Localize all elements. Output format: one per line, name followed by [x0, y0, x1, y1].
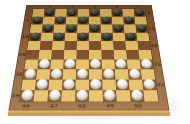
square-light	[129, 80, 144, 91]
dark-man-square-2[interactable]	[67, 9, 76, 16]
dark-man-square-4[interactable]	[112, 9, 122, 16]
light-man-square-42[interactable]	[63, 79, 74, 89]
square-8[interactable]	[77, 17, 89, 25]
dark-man-square-18[interactable]	[78, 32, 88, 40]
square-light	[114, 50, 127, 59]
square-49[interactable]	[103, 90, 117, 101]
square-19[interactable]	[101, 33, 113, 42]
label-bottom-1: 46	[21, 103, 30, 108]
square-light	[113, 33, 126, 42]
square-39[interactable]	[102, 69, 116, 79]
dark-man-square-9[interactable]	[101, 16, 111, 23]
label-top-3: 3	[93, 5, 96, 8]
label-left-2: 16	[21, 35, 29, 39]
square-28[interactable]	[76, 50, 89, 59]
square-33[interactable]	[89, 60, 102, 70]
square-14[interactable]	[112, 24, 124, 32]
square-22[interactable]	[64, 41, 77, 50]
light-man-square-47[interactable]	[49, 90, 61, 101]
square-light	[89, 33, 101, 42]
light-man-square-40[interactable]	[129, 69, 141, 79]
square-light	[125, 41, 138, 50]
square-light	[76, 60, 89, 70]
square-light	[65, 33, 77, 42]
dark-man-square-1[interactable]	[45, 9, 55, 16]
light-man-square-43[interactable]	[90, 79, 101, 89]
square-24[interactable]	[113, 41, 126, 50]
light-man-square-39[interactable]	[103, 69, 114, 79]
square-47[interactable]	[47, 90, 62, 101]
square-light	[77, 41, 89, 50]
dark-man-square-7[interactable]	[55, 16, 65, 23]
square-light	[89, 69, 102, 79]
dark-man-square-12[interactable]	[66, 24, 76, 32]
dark-man-square-20[interactable]	[126, 32, 137, 40]
dark-man-square-10[interactable]	[124, 16, 134, 23]
light-man-square-41[interactable]	[36, 79, 48, 89]
label-top-2: 2	[71, 5, 75, 8]
square-light	[115, 69, 129, 79]
dark-man-square-6[interactable]	[32, 16, 42, 23]
square-light	[127, 60, 141, 70]
square-30[interactable]	[126, 50, 139, 59]
square-3[interactable]	[89, 9, 100, 17]
square-10[interactable]	[123, 17, 135, 25]
label-left-1: 6	[26, 19, 30, 22]
square-1[interactable]	[44, 9, 56, 17]
dark-man-square-11[interactable]	[43, 24, 53, 32]
label-top-1: 1	[48, 5, 52, 8]
square-38[interactable]	[76, 69, 89, 79]
square-29[interactable]	[101, 50, 114, 59]
dark-man-square-15[interactable]	[136, 24, 147, 32]
label-right-4: 35	[153, 62, 161, 66]
label-left-5: 46	[11, 93, 20, 98]
square-light	[138, 50, 152, 59]
square-13[interactable]	[89, 24, 101, 32]
light-man-square-44[interactable]	[117, 79, 129, 89]
square-35[interactable]	[140, 60, 154, 70]
square-23[interactable]	[89, 41, 101, 50]
square-light	[36, 69, 50, 79]
dark-man-square-17[interactable]	[54, 32, 64, 40]
square-9[interactable]	[100, 17, 112, 25]
label-right-5: 45	[156, 83, 165, 88]
light-man-square-34[interactable]	[115, 59, 126, 68]
square-7[interactable]	[54, 17, 66, 25]
label-top-4: 4	[115, 5, 119, 8]
label-left-4: 36	[15, 72, 24, 76]
square-12[interactable]	[65, 24, 77, 32]
light-man-square-31[interactable]	[39, 59, 50, 68]
dark-man-square-5[interactable]	[135, 9, 145, 16]
light-man-square-48[interactable]	[76, 90, 87, 101]
label-bottom-2: 47	[49, 103, 58, 108]
square-48[interactable]	[75, 90, 89, 101]
square-light	[75, 80, 89, 91]
dark-man-square-13[interactable]	[90, 24, 100, 32]
square-40[interactable]	[128, 69, 142, 79]
square-light	[63, 69, 77, 79]
light-man-square-45[interactable]	[143, 79, 155, 89]
square-light	[101, 41, 114, 50]
square-light	[53, 24, 65, 32]
light-man-square-32[interactable]	[64, 59, 75, 68]
square-18[interactable]	[77, 33, 89, 42]
square-light	[50, 60, 64, 70]
square-light	[61, 90, 75, 101]
label-bottom-4: 49	[106, 103, 115, 108]
square-32[interactable]	[63, 60, 76, 70]
draughts-board: 146652471615348262544936355504645	[8, 5, 171, 116]
light-man-square-38[interactable]	[77, 69, 88, 79]
square-light	[89, 50, 102, 59]
light-man-square-36[interactable]	[24, 69, 36, 79]
square-37[interactable]	[49, 69, 63, 79]
square-42[interactable]	[62, 80, 76, 91]
light-man-square-35[interactable]	[141, 59, 153, 68]
square-light	[41, 33, 54, 42]
square-light	[38, 50, 51, 59]
light-man-square-49[interactable]	[104, 90, 116, 101]
light-man-square-37[interactable]	[51, 69, 62, 79]
square-45[interactable]	[142, 80, 157, 91]
square-17[interactable]	[53, 33, 66, 42]
square-2[interactable]	[66, 9, 78, 17]
square-light	[116, 90, 131, 101]
light-man-square-50[interactable]	[131, 90, 143, 101]
square-31[interactable]	[37, 60, 51, 70]
square-light	[89, 90, 103, 101]
square-light	[21, 80, 36, 91]
dark-man-square-14[interactable]	[113, 24, 123, 32]
dark-man-square-19[interactable]	[102, 32, 112, 40]
square-50[interactable]	[130, 90, 145, 101]
square-light	[52, 41, 65, 50]
light-man-square-33[interactable]	[90, 59, 101, 68]
dark-man-square-16[interactable]	[30, 32, 41, 40]
square-4[interactable]	[111, 9, 123, 17]
label-right-1: 5	[147, 11, 151, 14]
label-bottom-5: 50	[134, 103, 143, 108]
scene: 146652471615348262544936355504645	[0, 0, 190, 124]
board-front-edge	[8, 110, 171, 116]
square-light	[102, 60, 115, 70]
square-light	[101, 24, 113, 32]
square-light	[102, 80, 116, 91]
dark-man-square-3[interactable]	[90, 9, 99, 16]
square-20[interactable]	[125, 33, 138, 42]
square-11[interactable]	[42, 24, 55, 32]
square-41[interactable]	[35, 80, 50, 91]
square-light	[124, 24, 137, 32]
square-44[interactable]	[115, 80, 129, 91]
square-43[interactable]	[89, 80, 103, 91]
square-light	[64, 50, 77, 59]
square-light	[136, 33, 149, 42]
dark-man-square-8[interactable]	[79, 16, 88, 23]
square-light	[141, 69, 155, 79]
square-light	[77, 24, 89, 32]
square-36[interactable]	[23, 69, 37, 79]
square-25[interactable]	[137, 41, 150, 50]
label-right-3: 25	[150, 44, 158, 48]
label-right-2: 15	[148, 27, 156, 31]
square-light	[33, 90, 48, 101]
label-left-3: 26	[18, 53, 26, 57]
square-light	[48, 80, 62, 91]
square-46[interactable]	[20, 90, 35, 101]
label-top-5: 5	[137, 5, 141, 8]
square-light	[143, 90, 158, 101]
square-27[interactable]	[51, 50, 64, 59]
board-squares	[20, 9, 159, 102]
light-man-square-46[interactable]	[21, 90, 34, 101]
square-21[interactable]	[40, 41, 53, 50]
square-15[interactable]	[135, 24, 148, 32]
square-5[interactable]	[134, 9, 146, 17]
label-bottom-3: 48	[78, 103, 87, 108]
square-light	[24, 60, 38, 70]
square-34[interactable]	[114, 60, 128, 70]
